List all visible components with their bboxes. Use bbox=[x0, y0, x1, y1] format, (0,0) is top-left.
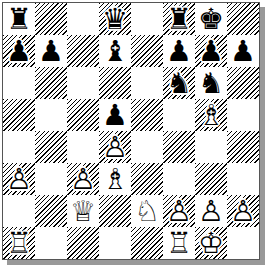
square-h5[interactable] bbox=[227, 99, 259, 131]
white-pawn-icon[interactable]: ♟♙ bbox=[67, 163, 99, 195]
piece-glyph: ♖ bbox=[3, 227, 35, 259]
square-b2[interactable] bbox=[35, 195, 67, 227]
square-b8[interactable] bbox=[35, 3, 67, 35]
black-pawn-icon[interactable]: ♟♟ bbox=[99, 99, 131, 131]
piece-glyph: ♙ bbox=[163, 195, 195, 227]
square-e4[interactable] bbox=[131, 131, 163, 163]
white-queen-icon[interactable]: ♛♕ bbox=[67, 195, 99, 227]
piece-glyph: ♙ bbox=[99, 131, 131, 163]
black-king-icon[interactable]: ♚♚ bbox=[195, 3, 227, 35]
square-c5[interactable] bbox=[67, 99, 99, 131]
chess-diagram: ♜♜♛♛♜♜♚♚♟♟♟♟♝♝♟♟♟♟♟♟♞♞♞♞♟♟♝♗♟♙♟♙♟♙♝♗♛♕♞♘… bbox=[0, 0, 265, 265]
square-e8[interactable] bbox=[131, 3, 163, 35]
square-b4[interactable] bbox=[35, 131, 67, 163]
piece-glyph: ♔ bbox=[195, 227, 227, 259]
white-bishop-icon[interactable]: ♝♗ bbox=[99, 163, 131, 195]
white-rook-icon[interactable]: ♜♖ bbox=[163, 227, 195, 259]
square-b6[interactable] bbox=[35, 67, 67, 99]
black-bishop-icon[interactable]: ♝♝ bbox=[99, 35, 131, 67]
piece-glyph: ♜ bbox=[3, 3, 35, 35]
white-bishop-icon[interactable]: ♝♗ bbox=[195, 99, 227, 131]
black-pawn-icon[interactable]: ♟♟ bbox=[35, 35, 67, 67]
square-g5[interactable]: ♝♗ bbox=[195, 99, 227, 131]
piece-glyph: ♟ bbox=[163, 35, 195, 67]
piece-glyph: ♙ bbox=[227, 195, 259, 227]
square-h3[interactable] bbox=[227, 163, 259, 195]
square-c1[interactable] bbox=[67, 227, 99, 259]
black-knight-icon[interactable]: ♞♞ bbox=[163, 67, 195, 99]
board-shadow-right bbox=[260, 7, 265, 265]
square-f3[interactable] bbox=[163, 163, 195, 195]
square-b7[interactable]: ♟♟ bbox=[35, 35, 67, 67]
square-c4[interactable] bbox=[67, 131, 99, 163]
square-g2[interactable]: ♟♙ bbox=[195, 195, 227, 227]
piece-glyph: ♖ bbox=[163, 227, 195, 259]
square-g3[interactable] bbox=[195, 163, 227, 195]
square-f7[interactable]: ♟♟ bbox=[163, 35, 195, 67]
square-d8[interactable]: ♛♛ bbox=[99, 3, 131, 35]
square-a5[interactable] bbox=[3, 99, 35, 131]
piece-glyph: ♟ bbox=[99, 99, 131, 131]
square-a7[interactable]: ♟♟ bbox=[3, 35, 35, 67]
square-d1[interactable] bbox=[99, 227, 131, 259]
piece-glyph: ♟ bbox=[3, 35, 35, 67]
black-rook-icon[interactable]: ♜♜ bbox=[163, 3, 195, 35]
square-b3[interactable] bbox=[35, 163, 67, 195]
square-f2[interactable]: ♟♙ bbox=[163, 195, 195, 227]
piece-glyph: ♟ bbox=[227, 35, 259, 67]
square-c7[interactable] bbox=[67, 35, 99, 67]
black-pawn-icon[interactable]: ♟♟ bbox=[195, 35, 227, 67]
piece-glyph: ♙ bbox=[67, 163, 99, 195]
square-b1[interactable] bbox=[35, 227, 67, 259]
square-a1[interactable]: ♜♖ bbox=[3, 227, 35, 259]
square-a3[interactable]: ♟♙ bbox=[3, 163, 35, 195]
square-d2[interactable] bbox=[99, 195, 131, 227]
piece-glyph: ♞ bbox=[163, 67, 195, 99]
black-pawn-icon[interactable]: ♟♟ bbox=[227, 35, 259, 67]
white-pawn-icon[interactable]: ♟♙ bbox=[195, 195, 227, 227]
square-e6[interactable] bbox=[131, 67, 163, 99]
square-g8[interactable]: ♚♚ bbox=[195, 3, 227, 35]
square-h1[interactable] bbox=[227, 227, 259, 259]
square-h4[interactable] bbox=[227, 131, 259, 163]
square-a2[interactable] bbox=[3, 195, 35, 227]
piece-glyph: ♟ bbox=[35, 35, 67, 67]
square-e7[interactable] bbox=[131, 35, 163, 67]
black-knight-icon[interactable]: ♞♞ bbox=[195, 67, 227, 99]
black-queen-icon[interactable]: ♛♛ bbox=[99, 3, 131, 35]
piece-glyph: ♝ bbox=[99, 35, 131, 67]
square-d5[interactable]: ♟♟ bbox=[99, 99, 131, 131]
square-e5[interactable] bbox=[131, 99, 163, 131]
square-h6[interactable] bbox=[227, 67, 259, 99]
square-d3[interactable]: ♝♗ bbox=[99, 163, 131, 195]
square-f4[interactable] bbox=[163, 131, 195, 163]
square-d4[interactable]: ♟♙ bbox=[99, 131, 131, 163]
square-a8[interactable]: ♜♜ bbox=[3, 3, 35, 35]
square-c8[interactable] bbox=[67, 3, 99, 35]
square-g7[interactable]: ♟♟ bbox=[195, 35, 227, 67]
piece-glyph: ♕ bbox=[67, 195, 99, 227]
black-pawn-icon[interactable]: ♟♟ bbox=[3, 35, 35, 67]
white-rook-icon[interactable]: ♜♖ bbox=[3, 227, 35, 259]
square-f6[interactable]: ♞♞ bbox=[163, 67, 195, 99]
square-c2[interactable]: ♛♕ bbox=[67, 195, 99, 227]
board-frame: ♜♜♛♛♜♜♚♚♟♟♟♟♝♝♟♟♟♟♟♟♞♞♞♞♟♟♝♗♟♙♟♙♟♙♝♗♛♕♞♘… bbox=[2, 2, 260, 260]
square-f8[interactable]: ♜♜ bbox=[163, 3, 195, 35]
square-f5[interactable] bbox=[163, 99, 195, 131]
white-king-icon[interactable]: ♚♔ bbox=[195, 227, 227, 259]
square-h2[interactable]: ♟♙ bbox=[227, 195, 259, 227]
square-d7[interactable]: ♝♝ bbox=[99, 35, 131, 67]
white-pawn-icon[interactable]: ♟♙ bbox=[3, 163, 35, 195]
square-h7[interactable]: ♟♟ bbox=[227, 35, 259, 67]
square-h8[interactable] bbox=[227, 3, 259, 35]
piece-glyph: ♜ bbox=[163, 3, 195, 35]
white-knight-icon[interactable]: ♞♘ bbox=[131, 195, 163, 227]
square-e1[interactable] bbox=[131, 227, 163, 259]
square-g4[interactable] bbox=[195, 131, 227, 163]
white-pawn-icon[interactable]: ♟♙ bbox=[163, 195, 195, 227]
chess-board: ♜♜♛♛♜♜♚♚♟♟♟♟♝♝♟♟♟♟♟♟♞♞♞♞♟♟♝♗♟♙♟♙♟♙♝♗♛♕♞♘… bbox=[3, 3, 259, 259]
piece-glyph: ♗ bbox=[99, 163, 131, 195]
square-c3[interactable]: ♟♙ bbox=[67, 163, 99, 195]
piece-glyph: ♙ bbox=[3, 163, 35, 195]
piece-glyph: ♗ bbox=[195, 99, 227, 131]
piece-glyph: ♞ bbox=[195, 67, 227, 99]
square-f1[interactable]: ♜♖ bbox=[163, 227, 195, 259]
square-g6[interactable]: ♞♞ bbox=[195, 67, 227, 99]
black-rook-icon[interactable]: ♜♜ bbox=[3, 3, 35, 35]
square-a4[interactable] bbox=[3, 131, 35, 163]
piece-glyph: ♟ bbox=[195, 35, 227, 67]
black-pawn-icon[interactable]: ♟♟ bbox=[163, 35, 195, 67]
piece-glyph: ♘ bbox=[131, 195, 163, 227]
square-a6[interactable] bbox=[3, 67, 35, 99]
square-e3[interactable] bbox=[131, 163, 163, 195]
square-d6[interactable] bbox=[99, 67, 131, 99]
square-b5[interactable] bbox=[35, 99, 67, 131]
piece-glyph: ♛ bbox=[99, 3, 131, 35]
piece-glyph: ♙ bbox=[195, 195, 227, 227]
white-pawn-icon[interactable]: ♟♙ bbox=[99, 131, 131, 163]
board-shadow-bottom bbox=[7, 260, 265, 265]
square-c6[interactable] bbox=[67, 67, 99, 99]
white-pawn-icon[interactable]: ♟♙ bbox=[227, 195, 259, 227]
square-e2[interactable]: ♞♘ bbox=[131, 195, 163, 227]
piece-glyph: ♚ bbox=[195, 3, 227, 35]
square-g1[interactable]: ♚♔ bbox=[195, 227, 227, 259]
